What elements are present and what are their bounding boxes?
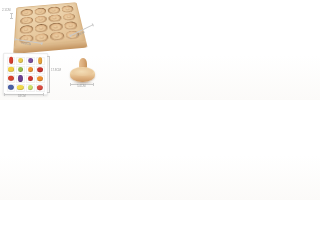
card-cell: [16, 74, 25, 82]
card-cell: [6, 74, 15, 82]
wooden-disc: [48, 7, 59, 14]
fruit-tomato-icon: [8, 76, 14, 82]
disc-knob: [55, 34, 60, 37]
fruit-corn-icon: [38, 57, 43, 64]
dim-label-thickness: 2.1CM: [2, 9, 10, 12]
fruit-persimmon-icon: [37, 76, 43, 82]
fruit-chili-icon: [28, 76, 34, 82]
board-socket: [20, 25, 33, 34]
dim-label-card-height: 17.8CM: [51, 69, 61, 72]
dim-label-width: 14.8CM: [21, 41, 31, 46]
disc-knob: [38, 10, 42, 13]
board-socket: [48, 14, 61, 22]
card-cell: [16, 65, 25, 73]
wooden-disc: [35, 8, 45, 15]
disc-knob: [67, 15, 71, 18]
fruit-banana-icon: [8, 67, 15, 72]
disc-knob: [52, 9, 56, 11]
fruit-green-apple-icon: [18, 67, 24, 73]
disc-knob: [54, 25, 58, 28]
disc-knob: [38, 18, 42, 21]
card-cell: [36, 66, 45, 74]
card-cell: [16, 83, 25, 91]
wooden-disc: [35, 16, 46, 23]
fruit-lemon-icon: [17, 85, 24, 90]
wooden-disc: [64, 22, 76, 30]
card-cell: [16, 56, 25, 64]
board-socket: [49, 22, 63, 31]
card-cell: [26, 66, 35, 74]
fruit-melon-icon: [27, 85, 33, 91]
board-socket: [21, 9, 33, 17]
board-socket: [61, 5, 74, 13]
wooden-disc: [49, 15, 60, 22]
dim-card-width: 18CM: [4, 94, 45, 100]
wooden-knob-piece: [70, 58, 95, 84]
wooden-disc: [63, 13, 75, 20]
wooden-disc: [21, 17, 32, 24]
disc-knob: [65, 7, 69, 9]
disc-knob: [24, 19, 28, 22]
disc-knob: [68, 24, 73, 27]
disc-knob: [53, 16, 57, 19]
board-socket: [20, 17, 32, 25]
piece-top-surface: [72, 68, 94, 77]
dim-card-height: 17.8CM: [48, 56, 64, 94]
wooden-disc: [21, 9, 31, 16]
dim-piece-diameter: 5.4CM: [70, 84, 95, 90]
disc-knob: [39, 36, 43, 39]
disc-knob: [24, 28, 28, 31]
card-cell: [6, 83, 15, 91]
fruit-orange-icon: [28, 67, 34, 73]
wooden-disc: [62, 6, 73, 13]
wooden-disc: [21, 26, 32, 34]
disc-knob: [39, 26, 43, 29]
wooden-disc: [51, 32, 63, 40]
board-socket: [50, 31, 64, 41]
board-socket: [34, 8, 46, 16]
dimension-line: [49, 56, 50, 93]
fruit-grapes-icon: [28, 58, 34, 64]
fruit-cherry-icon: [37, 67, 43, 73]
dimension-line: [11, 13, 12, 19]
fruit-blueberry-icon: [8, 85, 14, 91]
card-cell: [26, 57, 35, 65]
card-cell: [26, 75, 35, 83]
board-socket: [48, 6, 61, 14]
fruit-pear-icon: [18, 58, 24, 64]
card-cell: [7, 65, 16, 73]
card-cell: [36, 75, 45, 83]
card-cell: [36, 84, 45, 92]
card-cell: [26, 84, 35, 92]
card-grid: [6, 56, 44, 91]
disc-knob: [25, 11, 29, 14]
fruit-eggplant-icon: [18, 75, 23, 82]
dim-label-piece: 5.4CM: [77, 85, 85, 88]
board-socket: [62, 13, 76, 21]
piece-base: [70, 67, 95, 82]
fruit-card: [3, 53, 48, 95]
board-socket: [35, 24, 48, 33]
wooden-disc: [50, 23, 62, 31]
card-cell: [7, 56, 16, 64]
fruit-strawberry-icon: [9, 57, 14, 64]
dim-label-card-width: 18CM: [18, 95, 26, 98]
wooden-disc: [35, 24, 46, 32]
wooden-disc: [36, 33, 48, 41]
product-photo-scene: 2.1CM 14.8CM 15.8CM 17.8CM 18CM 5.4CM: [0, 0, 100, 100]
board-socket: [64, 21, 78, 30]
fruit-watermelon-icon: [37, 85, 43, 91]
card-cell: [36, 57, 45, 65]
dim-board-thickness: 2.1CM: [2, 9, 18, 21]
board-socket: [34, 15, 47, 23]
